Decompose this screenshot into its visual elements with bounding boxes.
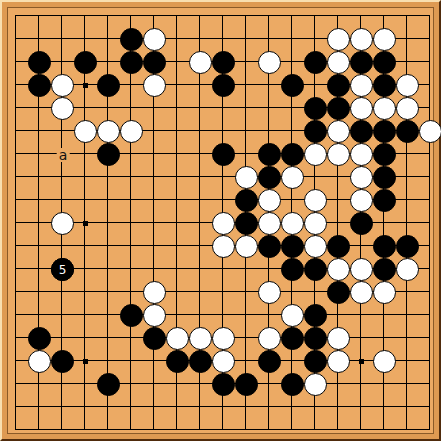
black-stone xyxy=(327,74,350,97)
star-point xyxy=(359,359,364,364)
white-stone xyxy=(143,74,166,97)
white-stone xyxy=(373,350,396,373)
black-stone xyxy=(281,74,304,97)
black-stone xyxy=(373,189,396,212)
star-point xyxy=(83,359,88,364)
black-stone xyxy=(373,51,396,74)
white-stone xyxy=(51,212,74,235)
black-stone xyxy=(74,51,97,74)
white-stone xyxy=(350,258,373,281)
black-stone xyxy=(304,120,327,143)
black-stone xyxy=(373,258,396,281)
black-stone xyxy=(350,120,373,143)
white-stone xyxy=(350,97,373,120)
white-stone xyxy=(327,327,350,350)
numbered-black-stone: 5 xyxy=(51,258,74,281)
white-stone xyxy=(304,143,327,166)
white-stone xyxy=(350,189,373,212)
black-stone xyxy=(373,143,396,166)
white-stone xyxy=(258,327,281,350)
black-stone xyxy=(166,350,189,373)
black-stone xyxy=(143,327,166,350)
white-stone xyxy=(189,51,212,74)
white-stone xyxy=(212,350,235,373)
white-stone xyxy=(304,373,327,396)
black-stone xyxy=(281,373,304,396)
black-stone xyxy=(304,51,327,74)
white-stone xyxy=(350,143,373,166)
white-stone xyxy=(304,189,327,212)
white-stone xyxy=(327,143,350,166)
black-stone xyxy=(304,350,327,373)
white-stone xyxy=(373,28,396,51)
black-stone xyxy=(373,166,396,189)
black-stone xyxy=(97,74,120,97)
white-stone xyxy=(327,258,350,281)
white-stone xyxy=(327,120,350,143)
white-stone xyxy=(373,281,396,304)
white-stone xyxy=(235,235,258,258)
black-stone xyxy=(28,51,51,74)
black-stone xyxy=(373,235,396,258)
white-stone xyxy=(258,51,281,74)
white-stone xyxy=(166,327,189,350)
point-label-a: a xyxy=(57,148,70,162)
black-stone xyxy=(396,235,419,258)
black-stone xyxy=(28,327,51,350)
black-stone xyxy=(235,373,258,396)
white-stone xyxy=(51,97,74,120)
black-stone xyxy=(373,74,396,97)
white-stone xyxy=(350,74,373,97)
black-stone xyxy=(373,120,396,143)
white-stone xyxy=(396,97,419,120)
move-number-text: 5 xyxy=(59,264,67,276)
black-stone xyxy=(28,74,51,97)
black-stone xyxy=(396,120,419,143)
black-stone xyxy=(120,304,143,327)
white-stone xyxy=(281,166,304,189)
black-stone xyxy=(281,235,304,258)
white-stone xyxy=(281,304,304,327)
black-stone xyxy=(258,235,281,258)
black-stone xyxy=(258,350,281,373)
white-stone xyxy=(304,212,327,235)
white-stone xyxy=(212,212,235,235)
white-stone xyxy=(212,235,235,258)
black-stone xyxy=(258,166,281,189)
white-stone xyxy=(143,304,166,327)
white-stone xyxy=(28,350,51,373)
white-stone xyxy=(74,120,97,143)
black-stone xyxy=(212,143,235,166)
white-stone xyxy=(350,166,373,189)
white-stone xyxy=(258,281,281,304)
black-stone xyxy=(97,373,120,396)
black-stone xyxy=(235,189,258,212)
black-stone xyxy=(327,281,350,304)
black-stone xyxy=(97,143,120,166)
white-stone xyxy=(419,120,441,143)
white-stone xyxy=(143,28,166,51)
black-stone xyxy=(143,51,166,74)
black-stone xyxy=(51,350,74,373)
star-point xyxy=(83,83,88,88)
white-stone xyxy=(97,120,120,143)
white-stone xyxy=(258,189,281,212)
black-stone xyxy=(304,97,327,120)
black-stone xyxy=(212,373,235,396)
white-stone xyxy=(212,327,235,350)
black-stone xyxy=(120,51,143,74)
white-stone xyxy=(235,166,258,189)
black-stone xyxy=(327,235,350,258)
white-stone xyxy=(281,212,304,235)
black-stone xyxy=(258,143,281,166)
black-stone xyxy=(235,212,258,235)
black-stone xyxy=(281,258,304,281)
black-stone xyxy=(350,212,373,235)
black-stone xyxy=(281,143,304,166)
white-stone xyxy=(327,350,350,373)
black-stone xyxy=(304,327,327,350)
go-board: a5 xyxy=(7,7,434,434)
black-stone xyxy=(189,350,212,373)
black-stone xyxy=(281,327,304,350)
white-stone xyxy=(189,327,212,350)
black-stone xyxy=(327,97,350,120)
black-stone xyxy=(350,51,373,74)
white-stone xyxy=(350,28,373,51)
black-stone xyxy=(304,304,327,327)
white-stone xyxy=(373,97,396,120)
black-stone xyxy=(120,28,143,51)
black-stone xyxy=(212,51,235,74)
white-stone xyxy=(396,74,419,97)
white-stone xyxy=(143,281,166,304)
black-stone xyxy=(212,74,235,97)
white-stone xyxy=(51,74,74,97)
white-stone xyxy=(327,28,350,51)
white-stone xyxy=(258,212,281,235)
white-stone xyxy=(350,281,373,304)
white-stone xyxy=(327,51,350,74)
star-point xyxy=(83,221,88,226)
white-stone xyxy=(120,120,143,143)
white-stone xyxy=(396,258,419,281)
go-board-frame: a5 xyxy=(0,0,441,441)
black-stone xyxy=(304,258,327,281)
white-stone xyxy=(304,235,327,258)
